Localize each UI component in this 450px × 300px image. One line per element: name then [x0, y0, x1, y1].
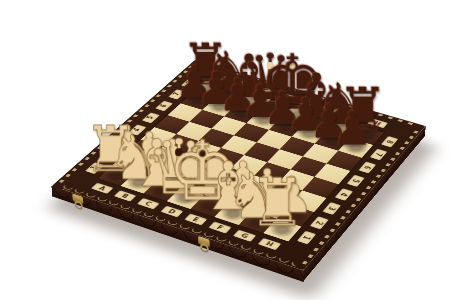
piece-glyph: ♜ — [217, 170, 338, 235]
piece-glyph: ♟ — [296, 105, 409, 152]
coord-label: 5 — [351, 178, 361, 183]
chess-board: AA88BB77CC66DD55EE44FF33GG22HH11 ♜♞♝♛♚♝♞… — [52, 60, 425, 271]
product-photo-scene: AA88BB77CC66DD55EE44FF33GG22HH11 ♜♞♝♛♚♝♞… — [0, 0, 450, 300]
brass-clasp-icon — [198, 236, 209, 248]
coord-label: 6 — [362, 165, 372, 170]
brass-clasp-icon — [73, 194, 84, 205]
coord-label: 7 — [374, 152, 384, 157]
coord-label: 1 — [301, 235, 312, 241]
coord-label: H — [264, 241, 274, 248]
